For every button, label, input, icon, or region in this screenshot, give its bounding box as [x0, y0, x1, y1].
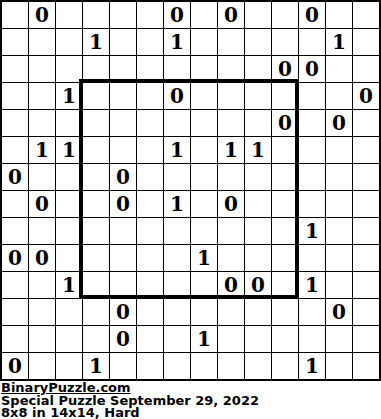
cell-r9c9[interactable]	[245, 245, 271, 271]
cell-r4c4[interactable]	[110, 110, 136, 136]
cell-r1c3: 1	[83, 29, 109, 55]
cell-r2c7[interactable]	[191, 56, 217, 82]
cell-r7c7[interactable]	[191, 191, 217, 217]
cell-r6c6[interactable]	[164, 164, 190, 190]
cell-r6c7[interactable]	[191, 164, 217, 190]
cell-r10c2: 1	[56, 272, 82, 298]
cell-r1c4[interactable]	[110, 29, 136, 55]
cell-r1c1[interactable]	[29, 29, 55, 55]
cell-r3c8[interactable]	[218, 83, 244, 109]
cell-r6c9[interactable]	[245, 164, 271, 190]
cell-r11c2[interactable]	[56, 299, 82, 325]
cell-r4c1[interactable]	[29, 110, 55, 136]
cell-r4c10: 0	[272, 110, 298, 136]
cell-r6c5[interactable]	[137, 164, 163, 190]
cell-r1c11[interactable]	[299, 29, 325, 55]
cell-r12c7: 1	[191, 326, 217, 352]
cell-r10c1[interactable]	[29, 272, 55, 298]
cell-r2c8[interactable]	[218, 56, 244, 82]
cell-r6c13[interactable]	[353, 164, 379, 190]
cell-r6c10[interactable]	[272, 164, 298, 190]
cell-r1c10[interactable]	[272, 29, 298, 55]
cell-r1c13[interactable]	[353, 29, 379, 55]
cell-r9c1: 0	[29, 245, 55, 271]
puzzle-board: 0000111001000011111000010100110010001011	[0, 0, 381, 381]
cell-r13c10[interactable]	[272, 353, 298, 379]
cell-r1c8[interactable]	[218, 29, 244, 55]
cell-r9c13[interactable]	[353, 245, 379, 271]
cell-r13c12[interactable]	[326, 353, 352, 379]
cell-r6c1[interactable]	[29, 164, 55, 190]
cell-r11c9[interactable]	[245, 299, 271, 325]
cell-r7c2[interactable]	[56, 191, 82, 217]
cell-r4c13[interactable]	[353, 110, 379, 136]
cell-r3c4[interactable]	[110, 83, 136, 109]
cell-r0c3[interactable]	[83, 2, 109, 28]
cell-r11c7[interactable]	[191, 299, 217, 325]
cell-r7c0[interactable]	[2, 191, 28, 217]
cell-r0c5[interactable]	[137, 2, 163, 28]
cell-r7c13[interactable]	[353, 191, 379, 217]
cell-r11c11[interactable]	[299, 299, 325, 325]
cell-r5c0[interactable]	[2, 137, 28, 163]
cell-r12c6[interactable]	[164, 326, 190, 352]
cell-r7c4: 0	[110, 191, 136, 217]
cell-r8c8[interactable]	[218, 218, 244, 244]
cell-r5c7[interactable]	[191, 137, 217, 163]
cell-r13c4[interactable]	[110, 353, 136, 379]
cell-r1c6: 1	[164, 29, 190, 55]
cell-r2c11: 0	[299, 56, 325, 82]
cell-r4c6[interactable]	[164, 110, 190, 136]
footer: BinaryPuzzle.com Special Puzzle Septembe…	[0, 381, 381, 419]
cell-r7c9[interactable]	[245, 191, 271, 217]
cell-r8c1[interactable]	[29, 218, 55, 244]
cell-r0c11: 0	[299, 2, 325, 28]
cell-r0c1: 0	[29, 2, 55, 28]
cell-r5c6: 1	[164, 137, 190, 163]
cell-r6c0: 0	[2, 164, 28, 190]
cell-r9c11[interactable]	[299, 245, 325, 271]
cell-r0c9[interactable]	[245, 2, 271, 28]
cell-r2c1[interactable]	[29, 56, 55, 82]
cell-r11c1[interactable]	[29, 299, 55, 325]
cell-r12c12[interactable]	[326, 326, 352, 352]
cell-r6c11[interactable]	[299, 164, 325, 190]
cell-r7c8: 0	[218, 191, 244, 217]
cell-r10c10[interactable]	[272, 272, 298, 298]
cell-r9c5[interactable]	[137, 245, 163, 271]
cell-r7c6: 1	[164, 191, 190, 217]
cell-r6c4: 0	[110, 164, 136, 190]
cell-r2c6[interactable]	[164, 56, 190, 82]
cell-r12c1[interactable]	[29, 326, 55, 352]
cell-r5c11[interactable]	[299, 137, 325, 163]
cell-r9c0: 0	[2, 245, 28, 271]
cell-r3c6: 0	[164, 83, 190, 109]
cell-r12c0[interactable]	[2, 326, 28, 352]
cell-r3c2: 1	[56, 83, 82, 109]
cell-r8c3[interactable]	[83, 218, 109, 244]
cell-r6c2[interactable]	[56, 164, 82, 190]
cell-r3c3[interactable]	[83, 83, 109, 109]
cell-r8c7[interactable]	[191, 218, 217, 244]
cell-r3c11[interactable]	[299, 83, 325, 109]
cell-r7c3[interactable]	[83, 191, 109, 217]
cell-r8c0[interactable]	[2, 218, 28, 244]
cell-r1c7[interactable]	[191, 29, 217, 55]
cell-r13c7[interactable]	[191, 353, 217, 379]
cell-r12c10[interactable]	[272, 326, 298, 352]
cell-r8c13[interactable]	[353, 218, 379, 244]
cell-r11c10[interactable]	[272, 299, 298, 325]
cell-r0c7[interactable]	[191, 2, 217, 28]
cell-r2c13[interactable]	[353, 56, 379, 82]
cell-r12c8[interactable]	[218, 326, 244, 352]
cell-r2c2[interactable]	[56, 56, 82, 82]
cell-r8c4[interactable]	[110, 218, 136, 244]
cell-r10c13[interactable]	[353, 272, 379, 298]
cell-r5c13[interactable]	[353, 137, 379, 163]
cell-r8c10[interactable]	[272, 218, 298, 244]
cell-r6c12[interactable]	[326, 164, 352, 190]
cell-r9c12[interactable]	[326, 245, 352, 271]
cell-r13c5[interactable]	[137, 353, 163, 379]
cell-r5c12[interactable]	[326, 137, 352, 163]
cell-r13c13[interactable]	[353, 353, 379, 379]
cell-r12c11[interactable]	[299, 326, 325, 352]
cell-r12c3[interactable]	[83, 326, 109, 352]
cell-r0c13[interactable]	[353, 2, 379, 28]
cell-r2c9[interactable]	[245, 56, 271, 82]
cell-r4c8[interactable]	[218, 110, 244, 136]
cell-r11c6[interactable]	[164, 299, 190, 325]
cell-r3c1[interactable]	[29, 83, 55, 109]
cell-r5c1: 1	[29, 137, 55, 163]
cell-r10c9: 0	[245, 272, 271, 298]
cell-r13c0: 0	[2, 353, 28, 379]
cell-r2c10: 0	[272, 56, 298, 82]
cell-r1c0[interactable]	[2, 29, 28, 55]
cell-r9c6[interactable]	[164, 245, 190, 271]
cell-r7c12[interactable]	[326, 191, 352, 217]
cell-r10c5[interactable]	[137, 272, 163, 298]
cell-r11c0[interactable]	[2, 299, 28, 325]
cell-r8c2[interactable]	[56, 218, 82, 244]
cell-r8c6[interactable]	[164, 218, 190, 244]
puzzle-details: 8x8 in 14x14, Hard	[1, 407, 381, 419]
cell-r10c0[interactable]	[2, 272, 28, 298]
cell-r12c13[interactable]	[353, 326, 379, 352]
cell-r9c10[interactable]	[272, 245, 298, 271]
cell-r4c11[interactable]	[299, 110, 325, 136]
cell-r9c3[interactable]	[83, 245, 109, 271]
cell-r0c4[interactable]	[110, 2, 136, 28]
cell-r2c12[interactable]	[326, 56, 352, 82]
cell-r5c3[interactable]	[83, 137, 109, 163]
cell-r8c5[interactable]	[137, 218, 163, 244]
cell-r0c6: 0	[164, 2, 190, 28]
cell-r2c4[interactable]	[110, 56, 136, 82]
cell-r7c5[interactable]	[137, 191, 163, 217]
cell-r1c2[interactable]	[56, 29, 82, 55]
cell-r9c4[interactable]	[110, 245, 136, 271]
cell-r10c8: 0	[218, 272, 244, 298]
cell-r0c12[interactable]	[326, 2, 352, 28]
cell-r11c3[interactable]	[83, 299, 109, 325]
cell-r4c12: 0	[326, 110, 352, 136]
cell-r12c4: 0	[110, 326, 136, 352]
cell-r13c6[interactable]	[164, 353, 190, 379]
cell-r11c8[interactable]	[218, 299, 244, 325]
cell-r12c5[interactable]	[137, 326, 163, 352]
cell-r5c4[interactable]	[110, 137, 136, 163]
cell-r0c0[interactable]	[2, 2, 28, 28]
cell-r5c10[interactable]	[272, 137, 298, 163]
cell-r10c12[interactable]	[326, 272, 352, 298]
cell-r3c7[interactable]	[191, 83, 217, 109]
puzzle-grid: 0000111001000011111000010100110010001011	[0, 0, 381, 381]
cell-r3c13: 0	[353, 83, 379, 109]
cell-r13c1[interactable]	[29, 353, 55, 379]
cell-r5c9: 1	[245, 137, 271, 163]
cell-r6c8[interactable]	[218, 164, 244, 190]
cell-r11c5[interactable]	[137, 299, 163, 325]
cell-r7c11[interactable]	[299, 191, 325, 217]
cell-r3c0[interactable]	[2, 83, 28, 109]
cell-r13c9[interactable]	[245, 353, 271, 379]
cell-r10c11: 1	[299, 272, 325, 298]
cell-r4c0[interactable]	[2, 110, 28, 136]
cell-r12c9[interactable]	[245, 326, 271, 352]
cell-r13c3: 1	[83, 353, 109, 379]
cell-r4c2[interactable]	[56, 110, 82, 136]
cell-r13c2[interactable]	[56, 353, 82, 379]
cell-r3c5[interactable]	[137, 83, 163, 109]
cell-r5c8: 1	[218, 137, 244, 163]
cell-r10c3[interactable]	[83, 272, 109, 298]
cell-r7c1: 0	[29, 191, 55, 217]
cell-r2c5[interactable]	[137, 56, 163, 82]
cell-r10c4[interactable]	[110, 272, 136, 298]
cell-r2c0[interactable]	[2, 56, 28, 82]
cell-r13c11: 1	[299, 353, 325, 379]
cell-r0c10[interactable]	[272, 2, 298, 28]
cell-r11c13[interactable]	[353, 299, 379, 325]
cell-r4c9[interactable]	[245, 110, 271, 136]
cell-r8c9[interactable]	[245, 218, 271, 244]
cell-r1c5[interactable]	[137, 29, 163, 55]
cell-r0c2[interactable]	[56, 2, 82, 28]
cell-r0c8: 0	[218, 2, 244, 28]
cell-r4c7[interactable]	[191, 110, 217, 136]
cell-r9c8[interactable]	[218, 245, 244, 271]
cell-r3c12[interactable]	[326, 83, 352, 109]
cell-r4c3[interactable]	[83, 110, 109, 136]
cell-r8c12[interactable]	[326, 218, 352, 244]
cell-r1c12: 1	[326, 29, 352, 55]
cell-r12c2[interactable]	[56, 326, 82, 352]
cell-r1c9[interactable]	[245, 29, 271, 55]
cell-r11c12: 0	[326, 299, 352, 325]
cell-r4c5[interactable]	[137, 110, 163, 136]
cell-r7c10[interactable]	[272, 191, 298, 217]
cell-r2c3[interactable]	[83, 56, 109, 82]
cell-r10c6[interactable]	[164, 272, 190, 298]
cell-r11c4: 0	[110, 299, 136, 325]
cell-r8c11: 1	[299, 218, 325, 244]
cell-r5c5[interactable]	[137, 137, 163, 163]
cell-r10c7[interactable]	[191, 272, 217, 298]
cell-r9c2[interactable]	[56, 245, 82, 271]
cell-r13c8[interactable]	[218, 353, 244, 379]
cell-r6c3[interactable]	[83, 164, 109, 190]
cell-r5c2: 1	[56, 137, 82, 163]
cell-r9c7: 1	[191, 245, 217, 271]
cell-r3c10[interactable]	[272, 83, 298, 109]
cell-r3c9[interactable]	[245, 83, 271, 109]
